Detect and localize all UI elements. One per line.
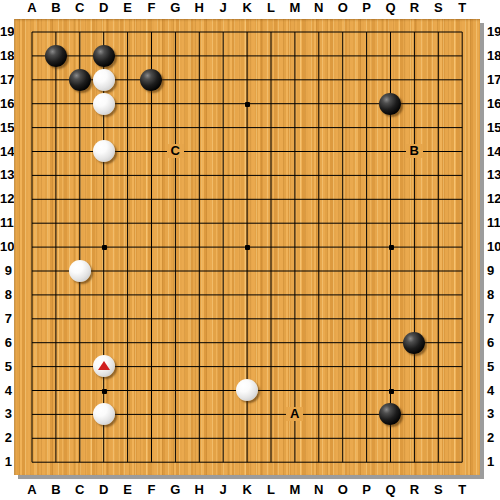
coord-bottom-O: O — [334, 483, 352, 497]
coord-left-16: 16 — [0, 97, 12, 111]
coord-bottom-T: T — [453, 483, 471, 497]
coord-bottom-M: M — [286, 483, 304, 497]
coord-bottom-B: B — [47, 483, 65, 497]
coord-top-D: D — [95, 1, 113, 15]
black-stone-B18[interactable] — [45, 45, 67, 67]
coord-left-5: 5 — [0, 360, 12, 374]
white-stone-D17[interactable] — [93, 69, 115, 91]
coord-top-F: F — [143, 1, 161, 15]
coord-left-11: 11 — [0, 216, 12, 230]
coord-bottom-R: R — [405, 483, 423, 497]
black-stone-F17[interactable] — [140, 69, 162, 91]
coord-left-19: 19 — [0, 25, 12, 39]
white-stone-K4[interactable] — [236, 379, 258, 401]
coord-top-L: L — [262, 1, 280, 15]
goban[interactable]: ABC — [14, 19, 480, 475]
coord-left-9: 9 — [0, 264, 12, 278]
coord-right-3: 3 — [487, 407, 500, 421]
coord-top-H: H — [190, 1, 208, 15]
coord-right-16: 16 — [487, 97, 500, 111]
coord-top-C: C — [71, 1, 89, 15]
coord-bottom-N: N — [310, 483, 328, 497]
coord-left-10: 10 — [0, 240, 12, 254]
coord-right-2: 2 — [487, 431, 500, 445]
coord-left-14: 14 — [0, 145, 12, 159]
white-stone-D3[interactable] — [93, 403, 115, 425]
go-board-page: ABCDEFGHJKLMNOPQRST ABCDEFGHJKLMNOPQRST … — [0, 0, 500, 500]
coord-bottom-E: E — [119, 483, 137, 497]
coord-left-13: 13 — [0, 168, 12, 182]
black-stone-D18[interactable] — [93, 45, 115, 67]
coord-right-17: 17 — [487, 73, 500, 87]
coord-left-6: 6 — [0, 336, 12, 350]
coord-top-O: O — [334, 1, 352, 15]
coord-top-B: B — [47, 1, 65, 15]
coord-left-12: 12 — [0, 192, 12, 206]
coord-right-18: 18 — [487, 49, 500, 63]
coord-right-15: 15 — [487, 121, 500, 135]
white-stone-D5[interactable] — [93, 355, 115, 377]
coord-left-17: 17 — [0, 73, 12, 87]
coord-bottom-C: C — [71, 483, 89, 497]
coord-right-5: 5 — [487, 360, 500, 374]
coord-left-18: 18 — [0, 49, 12, 63]
coord-bottom-L: L — [262, 483, 280, 497]
coord-bottom-P: P — [358, 483, 376, 497]
coord-top-T: T — [453, 1, 471, 15]
point-label-C[interactable]: C — [167, 144, 184, 158]
coord-right-10: 10 — [487, 240, 500, 254]
coord-top-E: E — [119, 1, 137, 15]
coord-bottom-S: S — [429, 483, 447, 497]
last-move-triangle-marker — [93, 355, 115, 377]
coord-top-N: N — [310, 1, 328, 15]
coord-left-2: 2 — [0, 431, 12, 445]
board-grid[interactable]: ABC — [20, 20, 474, 474]
black-stone-Q16[interactable] — [379, 93, 401, 115]
coord-bottom-K: K — [238, 483, 256, 497]
coord-left-1: 1 — [0, 455, 12, 469]
point-label-B[interactable]: B — [406, 144, 423, 158]
coord-left-8: 8 — [0, 288, 12, 302]
coord-right-4: 4 — [487, 384, 500, 398]
coord-bottom-J: J — [214, 483, 232, 497]
coord-right-11: 11 — [487, 216, 500, 230]
white-stone-D16[interactable] — [93, 93, 115, 115]
black-stone-Q3[interactable] — [379, 403, 401, 425]
coord-top-Q: Q — [382, 1, 400, 15]
coord-left-15: 15 — [0, 121, 12, 135]
triangle-icon — [98, 361, 110, 370]
coord-top-R: R — [405, 1, 423, 15]
coord-right-8: 8 — [487, 288, 500, 302]
black-stone-C17[interactable] — [69, 69, 91, 91]
coord-bottom-Q: Q — [382, 483, 400, 497]
coord-top-P: P — [358, 1, 376, 15]
coord-top-G: G — [166, 1, 184, 15]
coord-top-M: M — [286, 1, 304, 15]
coord-top-A: A — [23, 1, 41, 15]
coord-left-4: 4 — [0, 384, 12, 398]
coord-right-13: 13 — [487, 168, 500, 182]
coord-right-19: 19 — [487, 25, 500, 39]
coord-bottom-D: D — [95, 483, 113, 497]
coord-top-S: S — [429, 1, 447, 15]
coord-right-9: 9 — [487, 264, 500, 278]
white-stone-D14[interactable] — [93, 140, 115, 162]
coord-right-12: 12 — [487, 192, 500, 206]
coord-top-K: K — [238, 1, 256, 15]
black-stone-R6[interactable] — [403, 332, 425, 354]
coord-bottom-A: A — [23, 483, 41, 497]
coord-right-6: 6 — [487, 336, 500, 350]
coord-left-7: 7 — [0, 312, 12, 326]
coord-bottom-F: F — [143, 483, 161, 497]
coord-right-14: 14 — [487, 145, 500, 159]
coord-right-7: 7 — [487, 312, 500, 326]
white-stone-C9[interactable] — [69, 260, 91, 282]
coord-left-3: 3 — [0, 407, 12, 421]
coord-right-1: 1 — [487, 455, 500, 469]
coord-bottom-H: H — [190, 483, 208, 497]
coord-top-J: J — [214, 1, 232, 15]
point-label-A[interactable]: A — [286, 407, 303, 421]
coord-bottom-G: G — [166, 483, 184, 497]
